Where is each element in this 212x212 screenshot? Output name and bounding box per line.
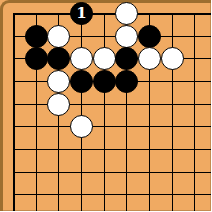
white-stone[interactable] [138, 47, 161, 70]
grid-line-horizontal [13, 104, 212, 105]
grid-line-vertical [194, 13, 195, 212]
grid-line-horizontal [13, 126, 212, 127]
white-stone[interactable] [161, 47, 184, 70]
white-stone[interactable] [70, 115, 93, 138]
white-stone[interactable] [47, 25, 70, 48]
black-stone-move-1[interactable]: 1 [70, 2, 93, 25]
black-stone[interactable] [115, 70, 138, 93]
go-board[interactable]: 1 [0, 0, 211, 211]
black-stone[interactable] [25, 25, 48, 48]
white-stone[interactable] [115, 25, 138, 48]
grid-line-vertical [104, 13, 105, 212]
white-stone[interactable] [47, 70, 70, 93]
grid-line-vertical [172, 13, 173, 212]
go-diagram: 1 [0, 0, 211, 211]
grid-line-horizontal [13, 194, 212, 195]
black-stone[interactable] [115, 47, 138, 70]
white-stone[interactable] [115, 2, 138, 25]
grid-line-vertical [81, 13, 82, 212]
black-stone[interactable] [25, 47, 48, 70]
white-stone[interactable] [47, 93, 70, 116]
black-stone[interactable] [47, 47, 70, 70]
white-stone[interactable] [70, 47, 93, 70]
grid-line-horizontal [13, 172, 212, 173]
black-stone[interactable] [93, 70, 116, 93]
grid-line-horizontal [13, 13, 212, 15]
black-stone[interactable] [70, 70, 93, 93]
black-stone[interactable] [138, 25, 161, 48]
move-number-label: 1 [76, 6, 86, 22]
white-stone[interactable] [93, 47, 116, 70]
grid-line-vertical [13, 13, 15, 212]
grid-line-horizontal [13, 149, 212, 150]
